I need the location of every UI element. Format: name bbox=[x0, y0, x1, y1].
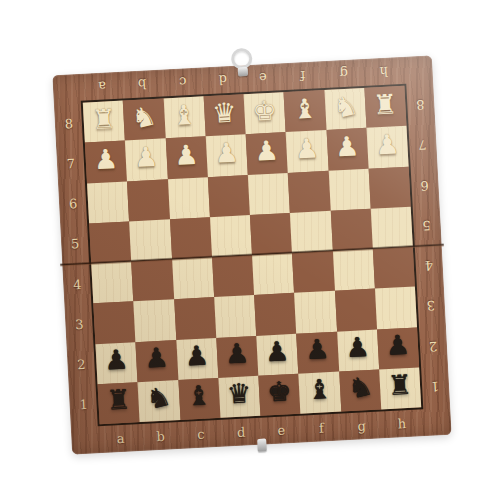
square-g5 bbox=[330, 208, 372, 250]
file-label-h: h bbox=[381, 411, 422, 435]
rank-label-7: 7 bbox=[410, 125, 434, 166]
clasp-latch-icon bbox=[231, 48, 253, 77]
square-e8: ♚ bbox=[244, 92, 286, 134]
square-e4 bbox=[252, 253, 294, 295]
white-king-e8: ♚ bbox=[252, 96, 278, 124]
white-knight-b8: ♞ bbox=[129, 101, 159, 133]
rank-label-2: 2 bbox=[69, 344, 93, 385]
square-c7: ♟ bbox=[165, 137, 207, 179]
file-label-a: a bbox=[100, 426, 141, 450]
square-f6 bbox=[288, 170, 330, 212]
black-king-e1: ♚ bbox=[267, 378, 293, 406]
square-a3 bbox=[93, 302, 135, 344]
square-h1: ♜ bbox=[379, 367, 421, 409]
square-c1: ♝ bbox=[178, 378, 220, 420]
black-pawn-b2: ♟ bbox=[144, 344, 170, 372]
rank-label-1: 1 bbox=[72, 384, 96, 425]
black-pawn-e2: ♟ bbox=[264, 337, 290, 365]
square-g4 bbox=[332, 249, 374, 291]
white-pawn-c7: ♟ bbox=[173, 141, 199, 169]
square-b7: ♟ bbox=[125, 139, 167, 181]
white-pawn-a7: ♟ bbox=[93, 145, 119, 173]
square-h8: ♜ bbox=[364, 86, 406, 128]
black-knight-b1: ♞ bbox=[144, 382, 174, 414]
square-d3 bbox=[214, 295, 256, 337]
square-b3 bbox=[134, 299, 176, 341]
file-label-b: b bbox=[140, 424, 181, 448]
square-d7: ♟ bbox=[205, 134, 247, 176]
square-c3 bbox=[174, 297, 216, 339]
rank-label-7: 7 bbox=[59, 143, 83, 184]
white-queen-d8: ♛ bbox=[212, 98, 238, 126]
square-c6 bbox=[167, 177, 209, 219]
file-label-g: g bbox=[341, 413, 382, 437]
square-d4 bbox=[212, 255, 254, 297]
square-f8: ♝ bbox=[284, 90, 326, 132]
square-b6 bbox=[127, 179, 169, 221]
square-h7: ♟ bbox=[366, 126, 408, 168]
square-g6 bbox=[328, 168, 370, 210]
black-queen-d1: ♛ bbox=[226, 380, 252, 408]
square-a6 bbox=[87, 181, 129, 223]
square-e7: ♟ bbox=[246, 132, 288, 174]
square-d8: ♛ bbox=[203, 94, 245, 136]
rank-label-3: 3 bbox=[67, 304, 91, 345]
file-label-c: c bbox=[180, 422, 221, 446]
black-rook-a1: ♜ bbox=[106, 386, 132, 414]
hinge-pin-icon bbox=[257, 439, 267, 452]
file-label-e: e bbox=[261, 418, 302, 442]
square-g3 bbox=[334, 289, 376, 331]
rank-label-1: 1 bbox=[423, 366, 447, 407]
rank-label-8: 8 bbox=[57, 103, 81, 144]
white-bishop-f8: ♝ bbox=[292, 94, 318, 122]
white-pawn-e7: ♟ bbox=[254, 136, 280, 164]
square-c2: ♟ bbox=[176, 337, 218, 379]
white-bishop-c8: ♝ bbox=[171, 100, 197, 128]
square-g7: ♟ bbox=[326, 128, 368, 170]
square-b2: ♟ bbox=[136, 340, 178, 382]
white-knight-g8: ♞ bbox=[330, 90, 360, 122]
file-label-g: g bbox=[323, 62, 364, 86]
square-a7: ♟ bbox=[85, 141, 127, 183]
file-label-h: h bbox=[363, 60, 404, 84]
square-e6 bbox=[248, 173, 290, 215]
file-label-f: f bbox=[301, 416, 342, 440]
product-photo-stage: abcdefgh abcdefgh 87654321 87654321 ♜♞♝♛… bbox=[0, 0, 500, 500]
white-pawn-f7: ♟ bbox=[294, 134, 320, 162]
square-a2: ♟ bbox=[95, 342, 137, 384]
square-h5 bbox=[370, 206, 412, 248]
rank-label-4: 4 bbox=[417, 245, 441, 286]
square-g8: ♞ bbox=[324, 88, 366, 130]
black-pawn-f2: ♟ bbox=[305, 335, 331, 363]
square-f2: ♟ bbox=[296, 331, 338, 373]
file-label-c: c bbox=[162, 70, 203, 94]
square-d5 bbox=[210, 215, 252, 257]
square-b4 bbox=[131, 259, 173, 301]
square-c5 bbox=[170, 217, 212, 259]
square-h4 bbox=[373, 247, 415, 289]
white-pawn-d7: ♟ bbox=[214, 138, 240, 166]
file-label-a: a bbox=[81, 75, 122, 99]
square-a5 bbox=[89, 221, 131, 263]
chess-board: abcdefgh abcdefgh 87654321 87654321 ♜♞♝♛… bbox=[52, 55, 451, 454]
white-rook-h8: ♜ bbox=[372, 90, 398, 118]
clasp-catch-icon bbox=[237, 67, 247, 77]
square-e2: ♟ bbox=[256, 333, 298, 375]
square-a8: ♜ bbox=[83, 101, 125, 143]
square-h6 bbox=[368, 166, 410, 208]
square-f5 bbox=[290, 211, 332, 253]
black-pawn-a2: ♟ bbox=[104, 346, 130, 374]
square-a4 bbox=[91, 261, 133, 303]
square-c4 bbox=[172, 257, 214, 299]
black-bishop-f1: ♝ bbox=[307, 375, 333, 403]
square-c8: ♝ bbox=[163, 96, 205, 138]
square-b1: ♞ bbox=[138, 380, 180, 422]
rank-label-2: 2 bbox=[421, 326, 445, 367]
rank-label-5: 5 bbox=[415, 205, 439, 246]
black-bishop-c1: ♝ bbox=[186, 382, 212, 410]
rank-label-6: 6 bbox=[61, 183, 85, 224]
square-b5 bbox=[129, 219, 171, 261]
rank-label-3: 3 bbox=[419, 285, 443, 326]
white-pawn-b7: ♟ bbox=[133, 143, 159, 171]
square-b8: ♞ bbox=[123, 98, 165, 140]
black-rook-h1: ♜ bbox=[387, 371, 413, 399]
square-f7: ♟ bbox=[286, 130, 328, 172]
square-f1: ♝ bbox=[299, 371, 341, 413]
square-f3 bbox=[294, 291, 336, 333]
square-e3 bbox=[254, 293, 296, 335]
white-pawn-h7: ♟ bbox=[374, 130, 400, 158]
black-pawn-h2: ♟ bbox=[385, 331, 411, 359]
black-pawn-c2: ♟ bbox=[184, 342, 210, 370]
rank-label-8: 8 bbox=[408, 84, 432, 125]
black-pawn-d2: ♟ bbox=[224, 339, 250, 367]
rank-label-6: 6 bbox=[413, 165, 437, 206]
square-g2: ♟ bbox=[337, 329, 379, 371]
file-label-f: f bbox=[282, 64, 323, 88]
rank-label-4: 4 bbox=[65, 264, 89, 305]
square-e1: ♚ bbox=[258, 373, 300, 415]
square-d2: ♟ bbox=[216, 335, 258, 377]
square-a1: ♜ bbox=[98, 382, 140, 424]
square-d6 bbox=[208, 175, 250, 217]
file-label-b: b bbox=[122, 72, 163, 96]
square-d1: ♛ bbox=[218, 376, 260, 418]
square-g1: ♞ bbox=[339, 369, 381, 411]
rank-label-5: 5 bbox=[63, 223, 87, 264]
file-label-d: d bbox=[220, 420, 261, 444]
square-h3 bbox=[375, 287, 417, 329]
square-f4 bbox=[292, 251, 334, 293]
black-pawn-g2: ♟ bbox=[345, 333, 371, 361]
square-h2: ♟ bbox=[377, 327, 419, 369]
square-e5 bbox=[250, 213, 292, 255]
white-rook-a8: ♜ bbox=[91, 105, 117, 133]
white-pawn-g7: ♟ bbox=[334, 132, 360, 160]
board-frame: abcdefgh abcdefgh 87654321 87654321 ♜♞♝♛… bbox=[52, 55, 451, 454]
black-knight-g1: ♞ bbox=[345, 372, 375, 404]
